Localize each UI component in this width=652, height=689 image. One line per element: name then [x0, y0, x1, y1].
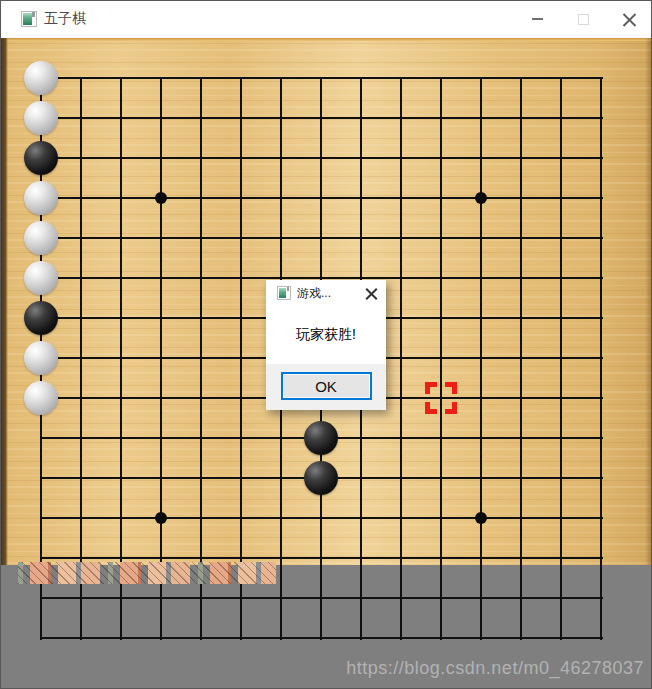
dialog-title-bar: 游戏...	[266, 280, 386, 306]
app-icon-picture	[23, 13, 32, 25]
minimize-button[interactable]	[514, 0, 560, 38]
maximize-button[interactable]	[560, 0, 606, 38]
star-point	[475, 512, 487, 524]
black-stone	[304, 421, 338, 455]
move-marker	[425, 382, 457, 414]
title-bar: 五子棋	[0, 0, 652, 38]
dialog-footer: OK	[266, 364, 386, 410]
white-stone	[24, 381, 58, 415]
ok-button[interactable]: OK	[281, 372, 372, 400]
star-point	[475, 192, 487, 204]
game-over-dialog: 游戏... 玩家获胜! OK	[266, 280, 386, 410]
dialog-app-icon	[277, 286, 291, 300]
black-stone	[304, 461, 338, 495]
white-stone	[24, 181, 58, 215]
white-stone	[24, 61, 58, 95]
board-top-edge	[0, 38, 652, 41]
app-icon-notch	[32, 12, 35, 17]
dialog-app-icon-picture	[279, 288, 286, 298]
black-stone	[24, 301, 58, 335]
minimize-icon	[532, 18, 543, 20]
board-left-edge	[0, 38, 8, 565]
star-point	[155, 192, 167, 204]
dialog-app-icon-notch	[287, 287, 289, 291]
star-point	[155, 512, 167, 524]
white-stone	[24, 341, 58, 375]
white-stone	[24, 221, 58, 255]
dialog-message: 玩家获胜!	[266, 306, 386, 364]
close-icon	[622, 12, 637, 27]
app-window: 五子棋 游戏...	[0, 0, 652, 689]
close-button[interactable]	[606, 0, 652, 38]
window-controls	[514, 0, 652, 38]
black-stone	[24, 141, 58, 175]
watermark-text: https://blog.csdn.net/m0_46278037	[346, 658, 644, 679]
dialog-title: 游戏...	[297, 285, 365, 302]
dialog-close-icon[interactable]	[365, 287, 378, 300]
board-right-edge	[645, 38, 652, 565]
white-stone	[24, 101, 58, 135]
board-area: 游戏... 玩家获胜! OK https://blog.csdn.net/m0_…	[0, 38, 652, 689]
white-stone	[24, 261, 58, 295]
app-icon	[21, 11, 37, 27]
window-title: 五子棋	[44, 10, 86, 28]
maximize-icon	[578, 14, 589, 25]
